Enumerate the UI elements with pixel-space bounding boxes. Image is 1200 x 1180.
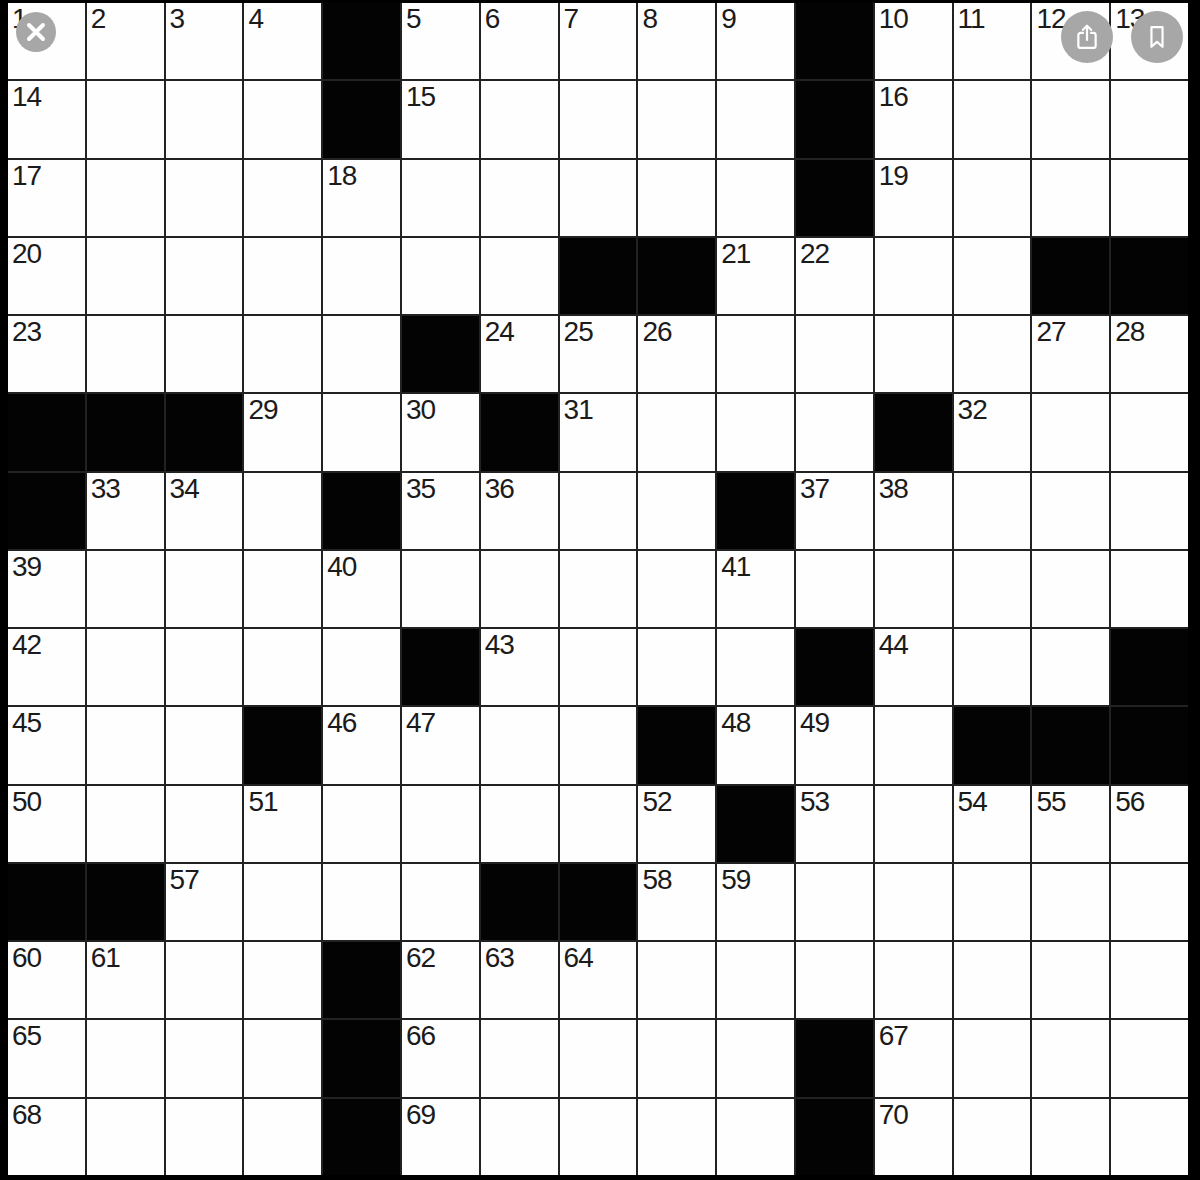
clue-number-52: 52 <box>642 787 671 816</box>
cell-r5c10[interactable] <box>717 316 794 392</box>
black-cell-r15c5 <box>323 1099 400 1175</box>
cell-r2c13[interactable] <box>954 81 1031 157</box>
cell-r1c10[interactable]: 9 <box>717 3 794 79</box>
clue-number-17: 17 <box>12 161 41 190</box>
clue-number-47: 47 <box>406 708 435 737</box>
cell-r7c13[interactable] <box>954 473 1031 549</box>
cell-r9c8[interactable] <box>560 629 637 705</box>
clue-number-59: 59 <box>721 865 750 894</box>
black-cell-r12c7 <box>481 864 558 940</box>
clue-number-16: 16 <box>879 82 908 111</box>
cell-r2c2[interactable] <box>87 81 164 157</box>
clue-number-18: 18 <box>327 161 356 190</box>
black-cell-r4c15 <box>1111 238 1188 314</box>
black-cell-r9c6 <box>402 629 479 705</box>
black-cell-r15c11 <box>796 1099 873 1175</box>
black-cell-r6c3 <box>166 394 243 470</box>
cell-r14c3[interactable] <box>166 1020 243 1096</box>
cell-r12c10[interactable]: 59 <box>717 864 794 940</box>
clue-number-31: 31 <box>564 395 593 424</box>
clue-number-46: 46 <box>327 708 356 737</box>
black-cell-r12c8 <box>560 864 637 940</box>
cell-r1c3[interactable]: 3 <box>166 3 243 79</box>
clue-number-48: 48 <box>721 708 750 737</box>
cell-r11c2[interactable] <box>87 786 164 862</box>
clue-number-41: 41 <box>721 552 750 581</box>
clue-number-19: 19 <box>879 161 908 190</box>
cell-r5c8[interactable]: 25 <box>560 316 637 392</box>
cell-r10c6[interactable]: 47 <box>402 707 479 783</box>
black-cell-r4c9 <box>638 238 715 314</box>
cell-r13c8[interactable]: 64 <box>560 942 637 1018</box>
cell-r2c6[interactable]: 15 <box>402 81 479 157</box>
cell-r11c9[interactable]: 52 <box>638 786 715 862</box>
cell-r8c8[interactable] <box>560 551 637 627</box>
cell-r15c14[interactable] <box>1032 1099 1109 1175</box>
cell-r12c5[interactable] <box>323 864 400 940</box>
cell-r13c12[interactable] <box>875 942 952 1018</box>
cell-r15c7[interactable] <box>481 1099 558 1175</box>
share-button[interactable] <box>1061 11 1113 63</box>
cell-r6c9[interactable] <box>638 394 715 470</box>
cell-r11c5[interactable] <box>323 786 400 862</box>
clue-number-26: 26 <box>642 317 671 346</box>
cell-r7c6[interactable]: 35 <box>402 473 479 549</box>
clue-number-22: 22 <box>800 239 829 268</box>
cell-r6c8[interactable]: 31 <box>560 394 637 470</box>
cell-r2c15[interactable] <box>1111 81 1188 157</box>
black-cell-r4c14 <box>1032 238 1109 314</box>
cell-r5c12[interactable] <box>875 316 952 392</box>
cell-r5c1[interactable]: 23 <box>8 316 85 392</box>
black-cell-r7c1 <box>8 473 85 549</box>
cell-r12c6[interactable] <box>402 864 479 940</box>
black-cell-r1c5 <box>323 3 400 79</box>
black-cell-r6c7 <box>481 394 558 470</box>
cell-r7c3[interactable]: 34 <box>166 473 243 549</box>
clue-number-61: 61 <box>91 943 120 972</box>
cell-r15c3[interactable] <box>166 1099 243 1175</box>
clue-number-27: 27 <box>1036 317 1065 346</box>
black-cell-r5c6 <box>402 316 479 392</box>
cell-r14c6[interactable]: 66 <box>402 1020 479 1096</box>
clue-number-68: 68 <box>12 1100 41 1129</box>
clue-number-44: 44 <box>879 630 908 659</box>
cell-r15c2[interactable] <box>87 1099 164 1175</box>
cell-r13c6[interactable]: 62 <box>402 942 479 1018</box>
clue-number-15: 15 <box>406 82 435 111</box>
cell-r5c3[interactable] <box>166 316 243 392</box>
clue-number-63: 63 <box>485 943 514 972</box>
clue-number-36: 36 <box>485 474 514 503</box>
cell-r4c13[interactable] <box>954 238 1031 314</box>
black-cell-r4c8 <box>560 238 637 314</box>
cell-r6c14[interactable] <box>1032 394 1109 470</box>
cell-r12c12[interactable] <box>875 864 952 940</box>
close-button[interactable] <box>16 12 56 52</box>
clue-number-25: 25 <box>564 317 593 346</box>
clue-number-7: 7 <box>564 4 579 33</box>
cell-r14c10[interactable] <box>717 1020 794 1096</box>
cell-r13c7[interactable]: 63 <box>481 942 558 1018</box>
cell-r7c4[interactable] <box>244 473 321 549</box>
cell-r9c13[interactable] <box>954 629 1031 705</box>
clue-number-34: 34 <box>170 474 199 503</box>
cell-r13c10[interactable] <box>717 942 794 1018</box>
cell-r13c15[interactable] <box>1111 942 1188 1018</box>
cell-r15c8[interactable] <box>560 1099 637 1175</box>
black-cell-r14c5 <box>323 1020 400 1096</box>
cell-r7c11[interactable]: 37 <box>796 473 873 549</box>
cell-r14c7[interactable] <box>481 1020 558 1096</box>
black-cell-r6c1 <box>8 394 85 470</box>
cell-r2c7[interactable] <box>481 81 558 157</box>
cell-r14c13[interactable] <box>954 1020 1031 1096</box>
clue-number-21: 21 <box>721 239 750 268</box>
cell-r11c11[interactable]: 53 <box>796 786 873 862</box>
clue-number-6: 6 <box>485 4 500 33</box>
cell-r14c15[interactable] <box>1111 1020 1188 1096</box>
clue-number-24: 24 <box>485 317 514 346</box>
clue-number-54: 54 <box>958 787 987 816</box>
cell-r2c12[interactable]: 16 <box>875 81 952 157</box>
clue-number-23: 23 <box>12 317 41 346</box>
clue-number-51: 51 <box>248 787 277 816</box>
cell-r12c14[interactable] <box>1032 864 1109 940</box>
cell-r8c12[interactable] <box>875 551 952 627</box>
cell-r14c8[interactable] <box>560 1020 637 1096</box>
cell-r4c12[interactable] <box>875 238 952 314</box>
cell-r15c9[interactable] <box>638 1099 715 1175</box>
cell-r6c13[interactable]: 32 <box>954 394 1031 470</box>
clue-number-50: 50 <box>12 787 41 816</box>
clue-number-11: 11 <box>958 4 985 33</box>
cell-r5c14[interactable]: 27 <box>1032 316 1109 392</box>
cell-r3c7[interactable] <box>481 160 558 236</box>
cell-r11c7[interactable] <box>481 786 558 862</box>
cell-r2c4[interactable] <box>244 81 321 157</box>
cell-r11c6[interactable] <box>402 786 479 862</box>
cell-r3c5[interactable]: 18 <box>323 160 400 236</box>
cell-r7c15[interactable] <box>1111 473 1188 549</box>
cell-r2c9[interactable] <box>638 81 715 157</box>
cell-r9c10[interactable] <box>717 629 794 705</box>
cell-r1c12[interactable]: 10 <box>875 3 952 79</box>
cell-r8c15[interactable] <box>1111 551 1188 627</box>
cell-r12c4[interactable] <box>244 864 321 940</box>
cell-r10c11[interactable]: 49 <box>796 707 873 783</box>
cell-r11c13[interactable]: 54 <box>954 786 1031 862</box>
crossword-board: 1234567891011121314151617181920212223242… <box>0 0 1200 1180</box>
cell-r10c8[interactable] <box>560 707 637 783</box>
cell-r3c6[interactable] <box>402 160 479 236</box>
cell-r4c10[interactable]: 21 <box>717 238 794 314</box>
cell-r15c1[interactable]: 68 <box>8 1099 85 1175</box>
black-cell-r9c15 <box>1111 629 1188 705</box>
cell-r6c5[interactable] <box>323 394 400 470</box>
cell-r4c5[interactable] <box>323 238 400 314</box>
cell-r15c12[interactable]: 70 <box>875 1099 952 1175</box>
cell-r6c15[interactable] <box>1111 394 1188 470</box>
clue-number-45: 45 <box>12 708 41 737</box>
cell-r4c7[interactable] <box>481 238 558 314</box>
black-cell-r9c11 <box>796 629 873 705</box>
cell-r4c1[interactable]: 20 <box>8 238 85 314</box>
cell-r11c14[interactable]: 55 <box>1032 786 1109 862</box>
cell-r13c3[interactable] <box>166 942 243 1018</box>
clue-number-58: 58 <box>642 865 671 894</box>
cell-r14c14[interactable] <box>1032 1020 1109 1096</box>
clue-number-37: 37 <box>800 474 829 503</box>
cell-r9c7[interactable]: 43 <box>481 629 558 705</box>
cell-r1c8[interactable]: 7 <box>560 3 637 79</box>
cell-r7c7[interactable]: 36 <box>481 473 558 549</box>
cell-r12c3[interactable]: 57 <box>166 864 243 940</box>
cell-r2c1[interactable]: 14 <box>8 81 85 157</box>
cell-r1c7[interactable]: 6 <box>481 3 558 79</box>
black-cell-r11c10 <box>717 786 794 862</box>
share-icon <box>1072 22 1102 52</box>
cell-r1c2[interactable]: 2 <box>87 3 164 79</box>
cell-r2c10[interactable] <box>717 81 794 157</box>
clue-number-64: 64 <box>564 943 593 972</box>
crossword-grid: 1234567891011121314151617181920212223242… <box>8 3 1188 1175</box>
clue-number-55: 55 <box>1036 787 1065 816</box>
cell-r5c15[interactable]: 28 <box>1111 316 1188 392</box>
clue-number-39: 39 <box>12 552 41 581</box>
cell-r2c8[interactable] <box>560 81 637 157</box>
cell-r10c5[interactable]: 46 <box>323 707 400 783</box>
clue-number-29: 29 <box>248 395 277 424</box>
cell-r8c11[interactable] <box>796 551 873 627</box>
cell-r15c6[interactable]: 69 <box>402 1099 479 1175</box>
cell-r7c9[interactable] <box>638 473 715 549</box>
black-cell-r13c5 <box>323 942 400 1018</box>
clue-number-49: 49 <box>800 708 829 737</box>
cell-r12c9[interactable]: 58 <box>638 864 715 940</box>
clue-number-69: 69 <box>406 1100 435 1129</box>
close-icon <box>23 19 49 45</box>
cell-r1c13[interactable]: 11 <box>954 3 1031 79</box>
clue-number-9: 9 <box>721 4 736 33</box>
cell-r9c5[interactable] <box>323 629 400 705</box>
black-cell-r7c10 <box>717 473 794 549</box>
cell-r13c9[interactable] <box>638 942 715 1018</box>
bookmark-icon <box>1142 22 1172 52</box>
black-cell-r12c2 <box>87 864 164 940</box>
clue-number-33: 33 <box>91 474 120 503</box>
cell-r11c3[interactable] <box>166 786 243 862</box>
cell-r4c2[interactable] <box>87 238 164 314</box>
cell-r15c4[interactable] <box>244 1099 321 1175</box>
cell-r11c4[interactable]: 51 <box>244 786 321 862</box>
cell-r9c2[interactable] <box>87 629 164 705</box>
cell-r8c2[interactable] <box>87 551 164 627</box>
cell-r3c10[interactable] <box>717 160 794 236</box>
bookmark-button[interactable] <box>1131 11 1183 63</box>
clue-number-5: 5 <box>406 4 421 33</box>
cell-r14c1[interactable]: 65 <box>8 1020 85 1096</box>
cell-r8c10[interactable]: 41 <box>717 551 794 627</box>
cell-r11c1[interactable]: 50 <box>8 786 85 862</box>
black-cell-r2c11 <box>796 81 873 157</box>
cell-r10c10[interactable]: 48 <box>717 707 794 783</box>
black-cell-r6c2 <box>87 394 164 470</box>
cell-r6c10[interactable] <box>717 394 794 470</box>
clue-number-30: 30 <box>406 395 435 424</box>
cell-r13c14[interactable] <box>1032 942 1109 1018</box>
cell-r12c11[interactable] <box>796 864 873 940</box>
clue-number-2: 2 <box>91 4 106 33</box>
cell-r5c11[interactable] <box>796 316 873 392</box>
cell-r3c15[interactable] <box>1111 160 1188 236</box>
cell-r7c14[interactable] <box>1032 473 1109 549</box>
cell-r2c14[interactable] <box>1032 81 1109 157</box>
black-cell-r10c4 <box>244 707 321 783</box>
cell-r9c3[interactable] <box>166 629 243 705</box>
cell-r3c13[interactable] <box>954 160 1031 236</box>
cell-r4c4[interactable] <box>244 238 321 314</box>
cell-r13c4[interactable] <box>244 942 321 1018</box>
cell-r13c2[interactable]: 61 <box>87 942 164 1018</box>
cell-r8c14[interactable] <box>1032 551 1109 627</box>
cell-r13c13[interactable] <box>954 942 1031 1018</box>
black-cell-r1c11 <box>796 3 873 79</box>
cell-r12c15[interactable] <box>1111 864 1188 940</box>
black-cell-r10c15 <box>1111 707 1188 783</box>
cell-r8c13[interactable] <box>954 551 1031 627</box>
cell-r5c5[interactable] <box>323 316 400 392</box>
cell-r5c7[interactable]: 24 <box>481 316 558 392</box>
cell-r1c9[interactable]: 8 <box>638 3 715 79</box>
black-cell-r6c12 <box>875 394 952 470</box>
cell-r10c1[interactable]: 45 <box>8 707 85 783</box>
cell-r10c12[interactable] <box>875 707 952 783</box>
clue-number-65: 65 <box>12 1021 41 1050</box>
clue-number-20: 20 <box>12 239 41 268</box>
cell-r5c4[interactable] <box>244 316 321 392</box>
clue-number-62: 62 <box>406 943 435 972</box>
cell-r1c4[interactable]: 4 <box>244 3 321 79</box>
cell-r8c7[interactable] <box>481 551 558 627</box>
cell-r9c12[interactable]: 44 <box>875 629 952 705</box>
cell-r11c15[interactable]: 56 <box>1111 786 1188 862</box>
cell-r3c8[interactable] <box>560 160 637 236</box>
cell-r3c9[interactable] <box>638 160 715 236</box>
cell-r3c4[interactable] <box>244 160 321 236</box>
cell-r3c1[interactable]: 17 <box>8 160 85 236</box>
cell-r3c2[interactable] <box>87 160 164 236</box>
cell-r9c14[interactable] <box>1032 629 1109 705</box>
cell-r11c8[interactable] <box>560 786 637 862</box>
cell-r4c3[interactable] <box>166 238 243 314</box>
clue-number-10: 10 <box>879 4 908 33</box>
clue-number-70: 70 <box>879 1100 908 1129</box>
clue-number-43: 43 <box>485 630 514 659</box>
clue-number-40: 40 <box>327 552 356 581</box>
cell-r13c1[interactable]: 60 <box>8 942 85 1018</box>
cell-r10c2[interactable] <box>87 707 164 783</box>
cell-r7c2[interactable]: 33 <box>87 473 164 549</box>
black-cell-r14c11 <box>796 1020 873 1096</box>
cell-r10c3[interactable] <box>166 707 243 783</box>
clue-number-4: 4 <box>248 4 263 33</box>
cell-r9c9[interactable] <box>638 629 715 705</box>
cell-r14c9[interactable] <box>638 1020 715 1096</box>
cell-r1c6[interactable]: 5 <box>402 3 479 79</box>
black-cell-r3c11 <box>796 160 873 236</box>
cell-r11c12[interactable] <box>875 786 952 862</box>
clue-number-14: 14 <box>12 82 41 111</box>
clue-number-66: 66 <box>406 1021 435 1050</box>
cell-r15c15[interactable] <box>1111 1099 1188 1175</box>
cell-r8c1[interactable]: 39 <box>8 551 85 627</box>
cell-r10c7[interactable] <box>481 707 558 783</box>
cell-r5c9[interactable]: 26 <box>638 316 715 392</box>
black-cell-r2c5 <box>323 81 400 157</box>
cell-r14c12[interactable]: 67 <box>875 1020 952 1096</box>
cell-r12c13[interactable] <box>954 864 1031 940</box>
cell-r5c13[interactable] <box>954 316 1031 392</box>
clue-number-67: 67 <box>879 1021 908 1050</box>
cell-r8c6[interactable] <box>402 551 479 627</box>
cell-r14c2[interactable] <box>87 1020 164 1096</box>
cell-r4c6[interactable] <box>402 238 479 314</box>
clue-number-38: 38 <box>879 474 908 503</box>
clue-number-8: 8 <box>642 4 657 33</box>
clue-number-57: 57 <box>170 865 199 894</box>
cell-r7c12[interactable]: 38 <box>875 473 952 549</box>
cell-r14c4[interactable] <box>244 1020 321 1096</box>
clue-number-3: 3 <box>170 4 185 33</box>
cell-r6c4[interactable]: 29 <box>244 394 321 470</box>
clue-number-53: 53 <box>800 787 829 816</box>
cell-r15c13[interactable] <box>954 1099 1031 1175</box>
cell-r6c6[interactable]: 30 <box>402 394 479 470</box>
black-cell-r10c9 <box>638 707 715 783</box>
black-cell-r12c1 <box>8 864 85 940</box>
cell-r8c4[interactable] <box>244 551 321 627</box>
clue-number-42: 42 <box>12 630 41 659</box>
cell-r7c8[interactable] <box>560 473 637 549</box>
cell-r9c1[interactable]: 42 <box>8 629 85 705</box>
clue-number-60: 60 <box>12 943 41 972</box>
clue-number-28: 28 <box>1115 317 1144 346</box>
cell-r3c12[interactable]: 19 <box>875 160 952 236</box>
cell-r2c3[interactable] <box>166 81 243 157</box>
cell-r5c2[interactable] <box>87 316 164 392</box>
clue-number-35: 35 <box>406 474 435 503</box>
black-cell-r10c13 <box>954 707 1031 783</box>
cell-r3c14[interactable] <box>1032 160 1109 236</box>
cell-r8c3[interactable] <box>166 551 243 627</box>
black-cell-r10c14 <box>1032 707 1109 783</box>
clue-number-56: 56 <box>1115 787 1144 816</box>
clue-number-32: 32 <box>958 395 987 424</box>
cell-r8c5[interactable]: 40 <box>323 551 400 627</box>
black-cell-r7c5 <box>323 473 400 549</box>
cell-r15c10[interactable] <box>717 1099 794 1175</box>
cell-r6c11[interactable] <box>796 394 873 470</box>
cell-r13c11[interactable] <box>796 942 873 1018</box>
cell-r8c9[interactable] <box>638 551 715 627</box>
cell-r4c11[interactable]: 22 <box>796 238 873 314</box>
cell-r3c3[interactable] <box>166 160 243 236</box>
cell-r9c4[interactable] <box>244 629 321 705</box>
